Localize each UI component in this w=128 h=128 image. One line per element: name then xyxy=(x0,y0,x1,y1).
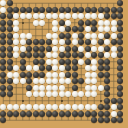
white-stone xyxy=(91,78,97,84)
black-stone xyxy=(78,7,84,13)
white-stone xyxy=(46,72,52,78)
white-stone xyxy=(111,104,117,110)
white-stone xyxy=(26,65,32,71)
black-stone xyxy=(33,46,39,52)
black-stone xyxy=(20,111,26,117)
white-stone xyxy=(104,20,110,26)
white-stone xyxy=(111,20,117,26)
black-stone xyxy=(7,65,13,71)
black-stone xyxy=(65,26,71,32)
white-stone xyxy=(13,104,19,110)
black-stone xyxy=(104,111,110,117)
black-stone xyxy=(7,39,13,45)
white-stone xyxy=(20,46,26,52)
black-stone xyxy=(26,52,32,58)
white-stone xyxy=(13,20,19,26)
black-stone xyxy=(7,52,13,58)
black-stone xyxy=(91,7,97,13)
black-stone xyxy=(7,20,13,26)
black-stone xyxy=(59,7,65,13)
black-stone xyxy=(7,46,13,52)
black-stone xyxy=(85,59,91,65)
black-stone xyxy=(33,52,39,58)
white-stone xyxy=(0,7,6,13)
white-stone xyxy=(33,104,39,110)
black-stone xyxy=(104,117,110,123)
black-stone xyxy=(0,13,6,19)
black-stone xyxy=(0,91,6,97)
black-stone xyxy=(91,117,97,123)
board-point[interactable] xyxy=(117,117,124,124)
white-stone xyxy=(98,26,104,32)
black-stone xyxy=(7,85,13,91)
white-stone xyxy=(52,85,58,91)
black-stone xyxy=(0,72,6,78)
star-point xyxy=(100,100,102,102)
white-stone xyxy=(59,46,65,52)
black-stone xyxy=(72,46,78,52)
white-stone xyxy=(13,39,19,45)
black-stone xyxy=(111,7,117,13)
black-stone xyxy=(7,26,13,32)
white-stone xyxy=(65,13,71,19)
white-stone xyxy=(72,39,78,45)
stones-grid xyxy=(0,0,124,124)
black-stone xyxy=(104,65,110,71)
white-stone xyxy=(72,104,78,110)
white-stone xyxy=(59,26,65,32)
black-stone xyxy=(91,26,97,32)
white-stone xyxy=(20,78,26,84)
white-stone xyxy=(85,13,91,19)
black-stone xyxy=(98,117,104,123)
black-stone xyxy=(20,7,26,13)
white-stone xyxy=(33,85,39,91)
black-stone xyxy=(26,39,32,45)
black-stone xyxy=(26,72,32,78)
white-stone xyxy=(59,13,65,19)
black-stone xyxy=(65,46,71,52)
white-stone xyxy=(85,72,91,78)
black-stone xyxy=(117,91,123,97)
black-stone xyxy=(65,65,71,71)
black-stone xyxy=(0,46,6,52)
black-stone xyxy=(33,111,39,117)
black-stone xyxy=(20,52,26,58)
black-stone xyxy=(39,59,45,65)
white-stone xyxy=(13,46,19,52)
black-stone xyxy=(117,111,123,117)
black-stone xyxy=(26,78,32,84)
white-stone xyxy=(78,13,84,19)
white-stone xyxy=(46,33,52,39)
white-stone xyxy=(72,33,78,39)
black-stone xyxy=(59,111,65,117)
white-stone xyxy=(72,91,78,97)
black-stone xyxy=(117,78,123,84)
black-stone xyxy=(39,111,45,117)
white-stone xyxy=(52,72,58,78)
white-stone xyxy=(104,52,110,58)
black-stone xyxy=(0,85,6,91)
black-stone xyxy=(98,104,104,110)
black-stone xyxy=(13,111,19,117)
black-stone xyxy=(59,20,65,26)
white-stone xyxy=(20,104,26,110)
star-point xyxy=(22,100,24,102)
black-stone xyxy=(39,52,45,58)
black-stone xyxy=(46,65,52,71)
black-stone xyxy=(65,59,71,65)
white-stone xyxy=(65,20,71,26)
black-stone xyxy=(65,111,71,117)
black-stone xyxy=(104,98,110,104)
white-stone xyxy=(46,52,52,58)
black-stone xyxy=(26,111,32,117)
black-stone xyxy=(117,104,123,110)
black-stone xyxy=(85,7,91,13)
black-stone xyxy=(0,20,6,26)
white-stone xyxy=(91,13,97,19)
black-stone xyxy=(111,98,117,104)
black-stone xyxy=(0,117,6,123)
black-stone xyxy=(91,20,97,26)
black-stone xyxy=(7,59,13,65)
white-stone xyxy=(46,78,52,84)
white-stone xyxy=(85,104,91,110)
white-stone xyxy=(52,65,58,71)
black-stone xyxy=(104,72,110,78)
white-stone xyxy=(13,78,19,84)
white-stone xyxy=(52,13,58,19)
white-stone xyxy=(7,72,13,78)
white-stone xyxy=(13,52,19,58)
white-stone xyxy=(46,104,52,110)
black-stone xyxy=(7,13,13,19)
white-stone xyxy=(85,78,91,84)
black-stone xyxy=(104,7,110,13)
white-stone xyxy=(85,65,91,71)
black-stone xyxy=(117,72,123,78)
star-point xyxy=(61,100,63,102)
black-stone xyxy=(104,85,110,91)
black-stone xyxy=(72,72,78,78)
black-stone xyxy=(72,26,78,32)
white-stone xyxy=(91,59,97,65)
white-stone xyxy=(52,91,58,97)
black-stone xyxy=(85,39,91,45)
black-stone xyxy=(117,65,123,71)
black-stone xyxy=(0,111,6,117)
black-stone xyxy=(65,52,71,58)
black-stone xyxy=(91,111,97,117)
white-stone xyxy=(78,59,84,65)
white-stone xyxy=(91,46,97,52)
black-stone xyxy=(85,111,91,117)
white-stone xyxy=(52,104,58,110)
black-stone xyxy=(7,33,13,39)
white-stone xyxy=(0,0,6,6)
white-stone xyxy=(91,85,97,91)
black-stone xyxy=(117,46,123,52)
white-stone xyxy=(78,46,84,52)
black-stone xyxy=(59,33,65,39)
black-stone xyxy=(117,7,123,13)
white-stone xyxy=(39,91,45,97)
black-stone xyxy=(85,46,91,52)
white-stone xyxy=(91,91,97,97)
white-stone xyxy=(20,33,26,39)
white-stone xyxy=(13,33,19,39)
black-stone xyxy=(33,72,39,78)
black-stone xyxy=(33,7,39,13)
black-stone xyxy=(7,78,13,84)
black-stone xyxy=(33,59,39,65)
black-stone xyxy=(46,7,52,13)
black-stone xyxy=(65,72,71,78)
black-stone xyxy=(117,0,123,6)
white-stone xyxy=(85,85,91,91)
black-stone xyxy=(0,33,6,39)
white-stone xyxy=(78,104,84,110)
white-stone xyxy=(85,52,91,58)
white-stone xyxy=(52,33,58,39)
black-stone xyxy=(78,52,84,58)
star-point xyxy=(22,22,24,24)
black-stone xyxy=(117,13,123,19)
black-stone xyxy=(117,33,123,39)
black-stone xyxy=(117,52,123,58)
black-stone xyxy=(111,39,117,45)
black-stone xyxy=(72,85,78,91)
black-stone xyxy=(72,78,78,84)
white-stone xyxy=(52,20,58,26)
white-stone xyxy=(52,39,58,45)
white-stone xyxy=(91,33,97,39)
black-stone xyxy=(39,46,45,52)
black-stone xyxy=(104,46,110,52)
black-stone xyxy=(104,33,110,39)
black-stone xyxy=(0,65,6,71)
white-stone xyxy=(52,52,58,58)
black-stone xyxy=(104,13,110,19)
black-stone xyxy=(72,65,78,71)
black-stone xyxy=(104,91,110,97)
black-stone xyxy=(65,33,71,39)
white-stone xyxy=(26,91,32,97)
white-stone xyxy=(104,39,110,45)
black-stone xyxy=(78,20,84,26)
black-stone xyxy=(7,91,13,97)
black-stone xyxy=(39,72,45,78)
white-stone xyxy=(65,91,71,97)
black-stone xyxy=(0,52,6,58)
white-stone xyxy=(33,20,39,26)
white-stone xyxy=(52,78,58,84)
white-stone xyxy=(111,52,117,58)
black-stone xyxy=(78,33,84,39)
white-stone xyxy=(111,33,117,39)
black-stone xyxy=(7,0,13,6)
white-stone xyxy=(65,104,71,110)
black-stone xyxy=(20,65,26,71)
black-stone xyxy=(91,52,97,58)
black-stone xyxy=(20,59,26,65)
white-stone xyxy=(39,13,45,19)
white-stone xyxy=(98,85,104,91)
black-stone xyxy=(26,46,32,52)
white-stone xyxy=(39,78,45,84)
black-stone xyxy=(78,26,84,32)
white-stone xyxy=(85,33,91,39)
black-stone xyxy=(98,111,104,117)
white-stone xyxy=(59,104,65,110)
white-stone xyxy=(59,65,65,71)
black-stone xyxy=(78,78,84,84)
white-stone xyxy=(26,13,32,19)
black-stone xyxy=(46,46,52,52)
black-stone xyxy=(72,111,78,117)
white-stone xyxy=(111,46,117,52)
black-stone xyxy=(65,7,71,13)
black-stone xyxy=(98,52,104,58)
black-stone xyxy=(52,111,58,117)
black-stone xyxy=(0,39,6,45)
black-stone xyxy=(20,72,26,78)
white-stone xyxy=(91,72,97,78)
black-stone xyxy=(59,59,65,65)
black-stone xyxy=(33,39,39,45)
black-stone xyxy=(26,7,32,13)
white-stone xyxy=(85,91,91,97)
white-stone xyxy=(98,33,104,39)
white-stone xyxy=(20,39,26,45)
black-stone xyxy=(117,59,123,65)
black-stone xyxy=(85,20,91,26)
black-stone xyxy=(98,39,104,45)
white-stone xyxy=(52,59,58,65)
white-stone xyxy=(59,39,65,45)
white-stone xyxy=(59,72,65,78)
white-stone xyxy=(65,78,71,84)
white-stone xyxy=(33,65,39,71)
white-stone xyxy=(20,13,26,19)
black-stone xyxy=(111,13,117,19)
white-stone xyxy=(98,13,104,19)
white-stone xyxy=(26,33,32,39)
black-stone xyxy=(98,65,104,71)
white-stone xyxy=(46,91,52,97)
white-stone xyxy=(39,85,45,91)
white-stone xyxy=(59,85,65,91)
white-stone xyxy=(91,65,97,71)
black-stone xyxy=(117,20,123,26)
black-stone xyxy=(117,98,123,104)
white-stone xyxy=(72,13,78,19)
black-stone xyxy=(72,7,78,13)
white-stone xyxy=(13,26,19,32)
black-stone xyxy=(98,7,104,13)
white-stone xyxy=(13,65,19,71)
black-stone xyxy=(117,85,123,91)
black-stone xyxy=(39,39,45,45)
black-stone xyxy=(39,65,45,71)
black-stone xyxy=(52,7,58,13)
white-stone xyxy=(13,13,19,19)
black-stone xyxy=(39,7,45,13)
black-stone xyxy=(104,59,110,65)
white-stone xyxy=(33,91,39,97)
black-stone xyxy=(98,72,104,78)
black-stone xyxy=(117,39,123,45)
white-stone xyxy=(59,91,65,97)
white-stone xyxy=(13,72,19,78)
white-stone xyxy=(33,13,39,19)
white-stone xyxy=(46,85,52,91)
black-stone xyxy=(72,52,78,58)
white-stone xyxy=(33,78,39,84)
white-stone xyxy=(104,26,110,32)
black-stone xyxy=(59,52,65,58)
white-stone xyxy=(85,26,91,32)
black-stone xyxy=(117,26,123,32)
black-stone xyxy=(7,111,13,117)
white-stone xyxy=(98,46,104,52)
white-stone xyxy=(91,39,97,45)
black-stone xyxy=(46,39,52,45)
white-stone xyxy=(46,13,52,19)
white-stone xyxy=(39,20,45,26)
black-stone xyxy=(0,59,6,65)
black-stone xyxy=(98,59,104,65)
black-stone xyxy=(26,85,32,91)
white-stone xyxy=(111,26,117,32)
black-stone xyxy=(7,7,13,13)
black-stone xyxy=(72,59,78,65)
go-board[interactable] xyxy=(0,0,128,128)
white-stone xyxy=(52,26,58,32)
black-stone xyxy=(13,7,19,13)
black-stone xyxy=(46,111,52,117)
white-stone xyxy=(7,104,13,110)
white-stone xyxy=(78,91,84,97)
black-stone xyxy=(78,39,84,45)
black-stone xyxy=(0,78,6,84)
black-stone xyxy=(78,111,84,117)
black-stone xyxy=(104,78,110,84)
white-stone xyxy=(26,104,32,110)
black-stone xyxy=(65,39,71,45)
white-stone xyxy=(98,20,104,26)
white-stone xyxy=(39,104,45,110)
black-stone xyxy=(111,117,117,123)
white-stone xyxy=(111,111,117,117)
white-stone xyxy=(59,78,65,84)
white-stone xyxy=(0,104,6,110)
black-stone xyxy=(104,104,110,110)
white-stone xyxy=(46,59,52,65)
black-stone xyxy=(0,26,6,32)
black-stone xyxy=(117,117,123,123)
white-stone xyxy=(52,46,58,52)
white-stone xyxy=(91,104,97,110)
